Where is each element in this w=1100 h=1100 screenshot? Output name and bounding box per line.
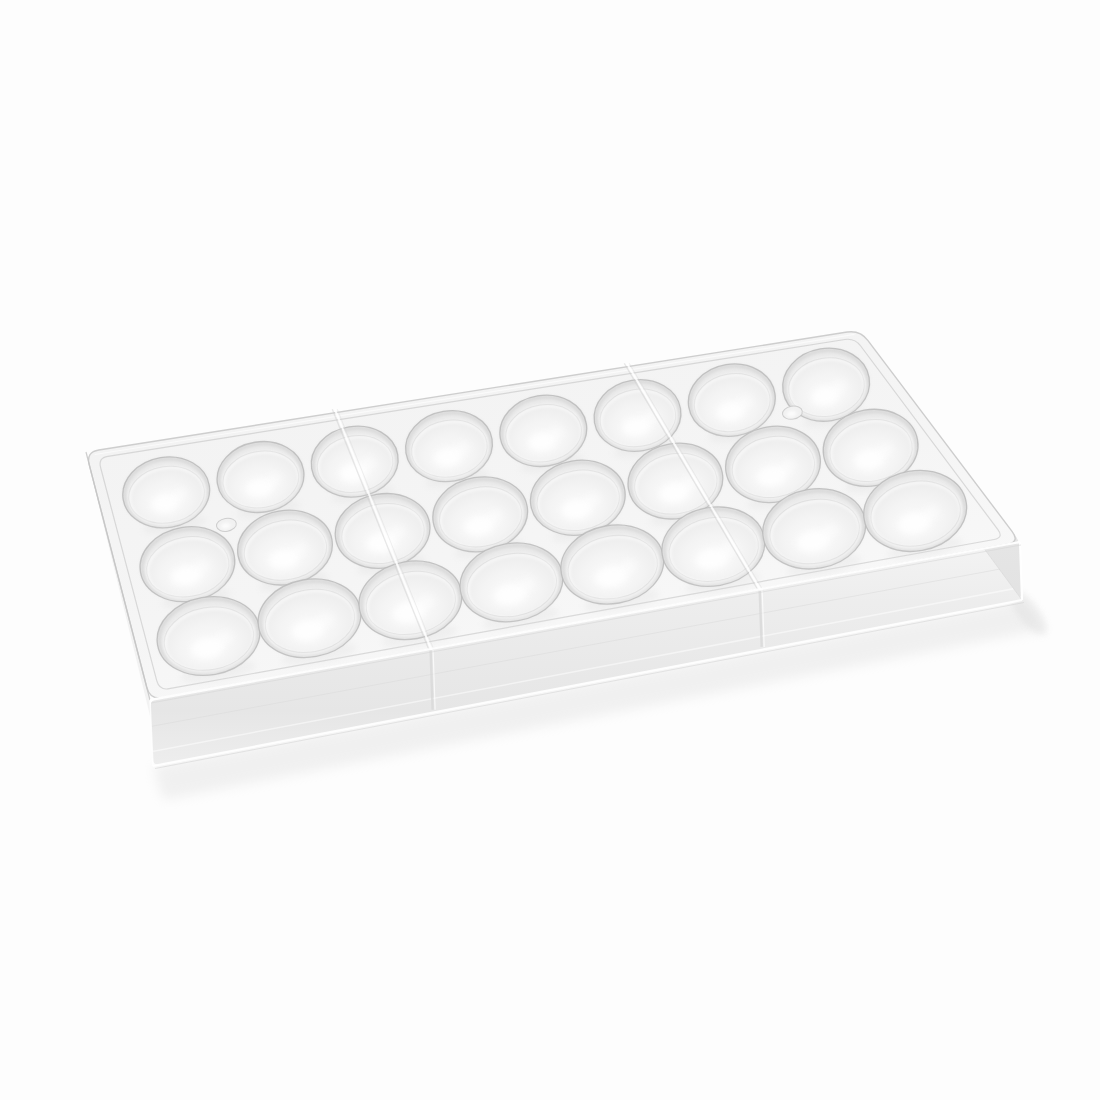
chocolate-mould-photo [0, 0, 1100, 1100]
mould-photo-svg [0, 0, 1100, 1100]
mould-tray-stage [0, 0, 1100, 1100]
